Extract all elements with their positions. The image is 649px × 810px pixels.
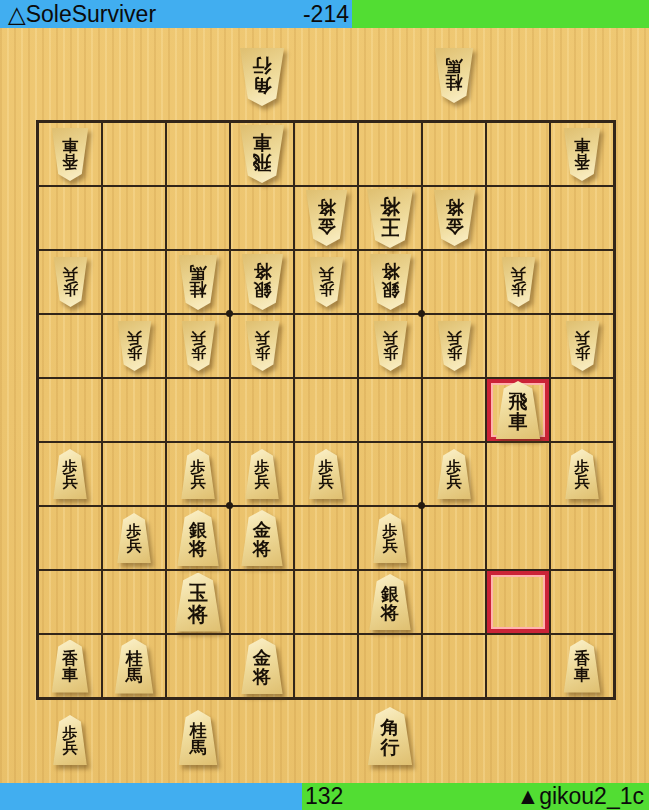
piece-kanji: 銀: [253, 281, 271, 299]
piece-gold-gote[interactable]: 金将: [305, 190, 348, 246]
board-square[interactable]: 銀将: [166, 506, 230, 570]
board-square[interactable]: 歩兵: [294, 442, 358, 506]
piece-kanji: 兵: [447, 329, 462, 344]
board-square[interactable]: 銀将: [358, 250, 422, 314]
board-square[interactable]: [294, 506, 358, 570]
piece-kanji: 香: [62, 153, 78, 169]
piece-kanji: 将: [317, 198, 335, 216]
piece-kanji: 金: [445, 217, 463, 235]
hoshi-point: [226, 502, 233, 509]
piece-kanji: 香: [574, 153, 590, 169]
piece-gold-gote[interactable]: 金将: [433, 190, 476, 246]
piece-pawn-gote[interactable]: 歩兵: [53, 257, 88, 307]
board-square[interactable]: 玉将: [166, 570, 230, 634]
sente-eval-bar-green: 132 ▲gikou2_1c: [302, 783, 649, 810]
sente-player-name: ▲gikou2_1c: [516, 783, 644, 810]
piece-kanji: 車: [253, 133, 272, 152]
piece-kanji: 馬: [446, 57, 463, 74]
piece-kanji: 将: [381, 604, 399, 622]
piece-silver-gote[interactable]: 銀将: [369, 254, 412, 310]
board-square[interactable]: [102, 378, 166, 442]
piece-kanji: 行: [381, 738, 400, 757]
piece-kanji: 歩: [447, 345, 462, 360]
hoshi-point: [226, 310, 233, 317]
board-square[interactable]: [486, 314, 550, 378]
piece-pawn-gote[interactable]: 歩兵: [309, 257, 344, 307]
piece-kanji: 歩: [191, 345, 206, 360]
board-square[interactable]: [38, 186, 102, 250]
board-square[interactable]: 歩兵: [550, 314, 614, 378]
piece-kanji: 将: [380, 196, 400, 216]
piece-pawn-sente[interactable]: 歩兵: [309, 449, 344, 499]
board-square[interactable]: [294, 570, 358, 634]
board-square[interactable]: 歩兵: [230, 442, 294, 506]
board-square[interactable]: [230, 378, 294, 442]
board-square[interactable]: 歩兵: [166, 442, 230, 506]
piece-pawn-sente[interactable]: 歩兵: [53, 449, 88, 499]
board-square[interactable]: [38, 506, 102, 570]
piece-pawn-sente[interactable]: 歩兵: [117, 513, 152, 563]
hoshi-point: [418, 310, 425, 317]
board-square[interactable]: 香車: [550, 634, 614, 698]
sente-eval-value: 132: [305, 783, 343, 810]
board-background: 角行桂馬 香車飛車香車金将王将金将歩兵桂馬銀将歩兵銀将歩兵歩兵歩兵歩兵歩兵歩兵歩…: [0, 28, 649, 783]
piece-kanji: 金: [253, 521, 271, 539]
board-square[interactable]: [294, 314, 358, 378]
piece-kanji: 将: [381, 262, 399, 280]
piece-rook-gote[interactable]: 飛車: [239, 125, 285, 183]
piece-gold-sente[interactable]: 金将: [241, 638, 284, 694]
piece-kanji: 兵: [255, 329, 270, 344]
gote-info-bar: △SoleSurviver -214: [0, 0, 649, 28]
piece-kanji: 金: [317, 217, 335, 235]
board-square[interactable]: [38, 570, 102, 634]
piece-silver-sente[interactable]: 銀将: [369, 574, 412, 630]
board-square[interactable]: [294, 122, 358, 186]
piece-lance-sente[interactable]: 香車: [563, 640, 601, 693]
board-square[interactable]: 金将: [230, 506, 294, 570]
piece-kanji: 兵: [575, 329, 590, 344]
board-square[interactable]: 歩兵: [294, 250, 358, 314]
piece-kanji: 飛: [509, 392, 528, 411]
piece-kanji: 兵: [511, 265, 526, 280]
gote-eval-value: -214: [303, 1, 349, 28]
piece-kanji: 角: [381, 718, 400, 737]
board-square[interactable]: 王将: [358, 186, 422, 250]
board-square[interactable]: [102, 186, 166, 250]
board-square[interactable]: [102, 570, 166, 634]
board-square[interactable]: [358, 122, 422, 186]
gote-eval-bar-blue: △SoleSurviver -214: [0, 0, 352, 28]
piece-kanji: 車: [574, 667, 590, 683]
piece-knight-gote[interactable]: 桂馬: [434, 48, 474, 103]
board-square[interactable]: [166, 186, 230, 250]
piece-silver-sente[interactable]: 銀将: [177, 510, 220, 566]
piece-kanji: 車: [62, 136, 78, 152]
board-square[interactable]: [166, 378, 230, 442]
board-square[interactable]: [486, 634, 550, 698]
board-square[interactable]: [422, 506, 486, 570]
board-square[interactable]: [550, 378, 614, 442]
piece-kanji: 馬: [126, 667, 143, 684]
board-square[interactable]: [166, 122, 230, 186]
piece-kanji: 車: [62, 667, 78, 683]
board-square[interactable]: 歩兵: [358, 506, 422, 570]
piece-kanji: 将: [253, 540, 271, 558]
piece-kanji: 兵: [575, 475, 590, 490]
board-square[interactable]: [550, 570, 614, 634]
piece-kanji: 兵: [319, 475, 334, 490]
board-square[interactable]: [486, 570, 550, 634]
piece-lance-gote[interactable]: 香車: [563, 128, 601, 181]
piece-lance-sente[interactable]: 香車: [51, 640, 89, 693]
board-square[interactable]: 金将: [422, 186, 486, 250]
piece-pawn-sente[interactable]: 歩兵: [565, 449, 600, 499]
piece-kanji: 兵: [383, 329, 398, 344]
piece-pawn-sente[interactable]: 歩兵: [373, 513, 408, 563]
piece-kanji: 兵: [63, 475, 78, 490]
piece-pawn-gote[interactable]: 歩兵: [117, 321, 152, 371]
board-square[interactable]: 歩兵: [102, 506, 166, 570]
piece-bishop-sente[interactable]: 角行: [367, 707, 413, 765]
piece-knight-gote[interactable]: 桂馬: [178, 255, 218, 310]
shogi-board: 香車飛車香車金将王将金将歩兵桂馬銀将歩兵銀将歩兵歩兵歩兵歩兵歩兵歩兵歩兵飛車歩兵…: [36, 120, 616, 700]
piece-kanji: 桂: [446, 74, 463, 91]
board-square[interactable]: [358, 634, 422, 698]
board-square[interactable]: 歩兵: [422, 314, 486, 378]
board-square[interactable]: [486, 506, 550, 570]
piece-king-gote[interactable]: 王将: [366, 189, 414, 248]
piece-kanji: 車: [574, 136, 590, 152]
piece-pawn-sente[interactable]: 歩兵: [437, 449, 472, 499]
piece-kanji: 兵: [191, 475, 206, 490]
board-square[interactable]: [294, 634, 358, 698]
piece-kanji: 兵: [447, 475, 462, 490]
piece-kanji: 将: [253, 262, 271, 280]
piece-kanji: 玉: [188, 583, 208, 603]
board-square[interactable]: [102, 122, 166, 186]
piece-kanji: 歩: [511, 281, 526, 296]
board-square[interactable]: 歩兵: [358, 314, 422, 378]
hoshi-point: [418, 502, 425, 509]
piece-kanji: 銀: [189, 521, 207, 539]
board-square[interactable]: 歩兵: [102, 314, 166, 378]
gote-eval-bar-green: [352, 0, 649, 28]
piece-kanji: 兵: [319, 265, 334, 280]
board-square[interactable]: [358, 442, 422, 506]
piece-kanji: 王: [380, 216, 400, 236]
piece-kanji: 歩: [575, 345, 590, 360]
piece-pawn-gote[interactable]: 歩兵: [565, 321, 600, 371]
piece-kanji: 行: [253, 56, 272, 75]
piece-kanji: 将: [253, 668, 271, 686]
board-square[interactable]: 歩兵: [38, 442, 102, 506]
piece-kanji: 銀: [381, 281, 399, 299]
piece-kanji: 兵: [63, 741, 78, 756]
sente-info-bar: 132 ▲gikou2_1c: [0, 783, 649, 810]
last-move-highlight: [487, 571, 549, 633]
piece-pawn-gote[interactable]: 歩兵: [181, 321, 216, 371]
piece-kanji: 飛: [253, 152, 272, 171]
piece-kanji: 歩: [255, 345, 270, 360]
piece-kanji: 兵: [191, 329, 206, 344]
piece-pawn-gote[interactable]: 歩兵: [373, 321, 408, 371]
sente-eval-bar-blue: [0, 783, 302, 810]
piece-pawn-sente[interactable]: 歩兵: [53, 715, 88, 765]
board-square[interactable]: 歩兵: [230, 314, 294, 378]
piece-rook-sente[interactable]: 飛車: [495, 381, 541, 439]
piece-pawn-gote[interactable]: 歩兵: [437, 321, 472, 371]
gote-player-name: △SoleSurviver: [8, 1, 156, 28]
board-square[interactable]: [422, 122, 486, 186]
board-square[interactable]: 桂馬: [166, 250, 230, 314]
piece-kanji: 金: [253, 649, 271, 667]
piece-pawn-sente[interactable]: 歩兵: [181, 449, 216, 499]
piece-pawn-gote[interactable]: 歩兵: [501, 257, 536, 307]
board-square[interactable]: [294, 378, 358, 442]
piece-kanji: 将: [188, 604, 208, 624]
piece-kanji: 桂: [190, 281, 207, 298]
board-square[interactable]: [550, 186, 614, 250]
board-square[interactable]: 桂馬: [102, 634, 166, 698]
board-square[interactable]: [358, 378, 422, 442]
board-square[interactable]: 飛車: [230, 122, 294, 186]
board-square[interactable]: [102, 442, 166, 506]
board-square[interactable]: [230, 570, 294, 634]
board-square[interactable]: [550, 506, 614, 570]
board-square[interactable]: [38, 378, 102, 442]
board-square[interactable]: 香車: [550, 122, 614, 186]
board-square[interactable]: 歩兵: [38, 250, 102, 314]
board-square[interactable]: 歩兵: [486, 250, 550, 314]
board-square[interactable]: 金将: [294, 186, 358, 250]
piece-knight-sente[interactable]: 桂馬: [114, 639, 154, 694]
piece-kanji: 兵: [63, 265, 78, 280]
piece-pawn-gote[interactable]: 歩兵: [245, 321, 280, 371]
piece-kanji: 将: [445, 198, 463, 216]
board-square[interactable]: 銀将: [230, 250, 294, 314]
piece-kanji: 馬: [190, 739, 207, 756]
piece-kanji: 兵: [255, 475, 270, 490]
board-square[interactable]: [422, 634, 486, 698]
board-square[interactable]: 銀将: [358, 570, 422, 634]
piece-lance-gote[interactable]: 香車: [51, 128, 89, 181]
board-square[interactable]: [166, 634, 230, 698]
board-square[interactable]: [486, 186, 550, 250]
piece-kanji: 歩: [383, 345, 398, 360]
board-square[interactable]: 金将: [230, 634, 294, 698]
piece-kanji: 兵: [127, 539, 142, 554]
board-square[interactable]: 飛車: [486, 378, 550, 442]
board-square[interactable]: 香車: [38, 634, 102, 698]
board-square[interactable]: 歩兵: [550, 442, 614, 506]
board-square[interactable]: [486, 442, 550, 506]
piece-kanji: 馬: [190, 263, 207, 280]
board-square[interactable]: 歩兵: [166, 314, 230, 378]
board-square[interactable]: [550, 250, 614, 314]
piece-kanji: 歩: [63, 281, 78, 296]
piece-kanji: 銀: [381, 585, 399, 603]
piece-kanji: 歩: [127, 345, 142, 360]
board-square[interactable]: [38, 314, 102, 378]
piece-kanji: 歩: [319, 281, 334, 296]
piece-pawn-sente[interactable]: 歩兵: [245, 449, 280, 499]
piece-king-sente[interactable]: 玉将: [174, 573, 222, 632]
board-square[interactable]: 歩兵: [422, 442, 486, 506]
board-square[interactable]: [230, 186, 294, 250]
piece-kanji: 角: [253, 75, 272, 94]
piece-knight-sente[interactable]: 桂馬: [178, 710, 218, 765]
piece-kanji: 兵: [383, 539, 398, 554]
board-square[interactable]: [102, 250, 166, 314]
piece-kanji: 車: [509, 412, 528, 431]
piece-kanji: 将: [189, 540, 207, 558]
piece-kanji: 兵: [127, 329, 142, 344]
board-square[interactable]: 香車: [38, 122, 102, 186]
piece-gold-sente[interactable]: 金将: [241, 510, 284, 566]
piece-silver-gote[interactable]: 銀将: [241, 254, 284, 310]
piece-bishop-gote[interactable]: 角行: [239, 48, 285, 106]
board-square[interactable]: [422, 250, 486, 314]
board-square[interactable]: [486, 122, 550, 186]
board-square[interactable]: [422, 378, 486, 442]
board-square[interactable]: [422, 570, 486, 634]
